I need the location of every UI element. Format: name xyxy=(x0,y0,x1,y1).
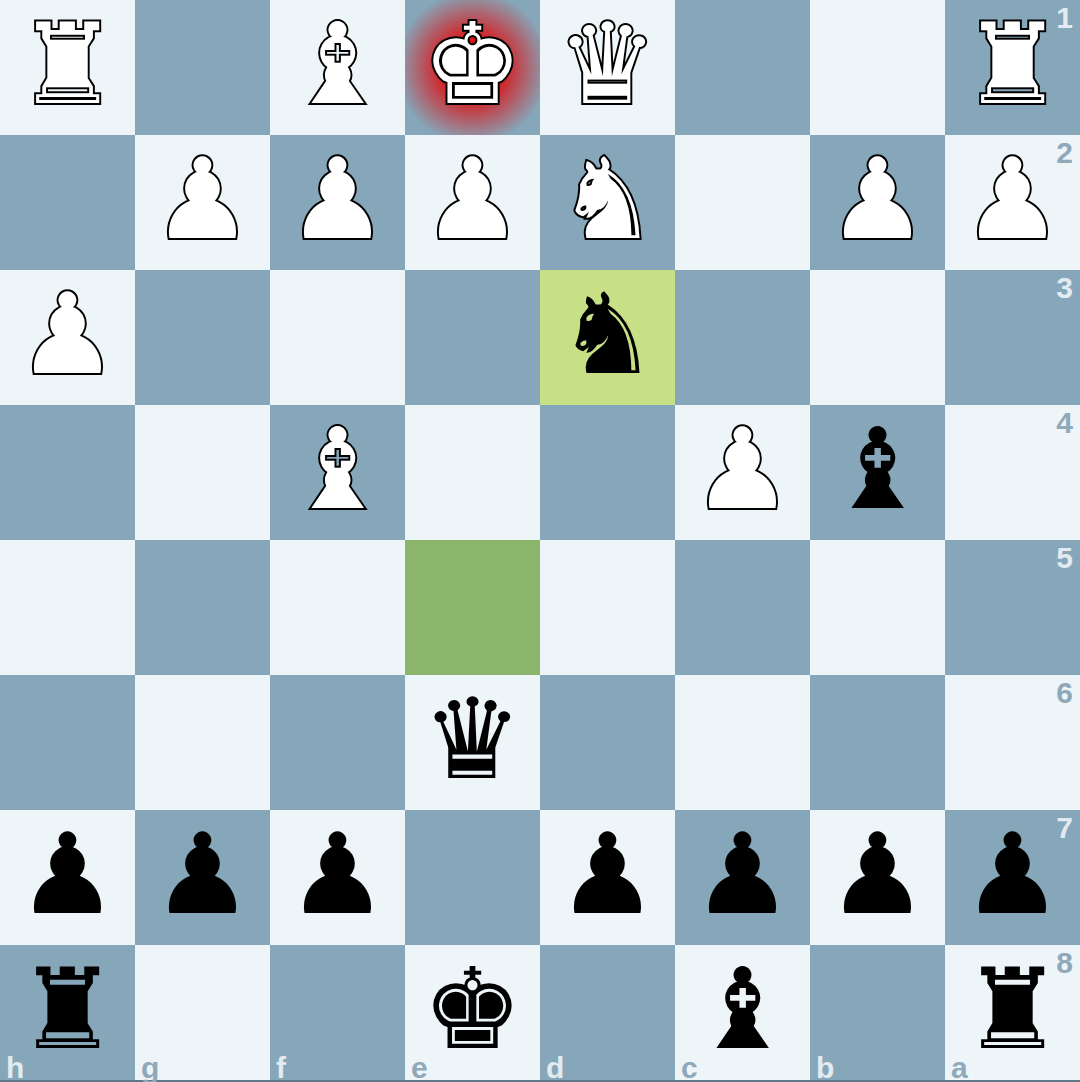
square-c3[interactable] xyxy=(675,270,810,405)
square-d3[interactable]: ♞ xyxy=(540,270,675,405)
square-h2[interactable] xyxy=(0,135,135,270)
square-a6[interactable]: 6 xyxy=(945,675,1080,810)
square-f1[interactable]: ♝ xyxy=(270,0,405,135)
file-label-b: b xyxy=(816,1053,834,1082)
square-c6[interactable] xyxy=(675,675,810,810)
square-b4[interactable]: ♝ xyxy=(810,405,945,540)
black-pawn[interactable]: ♟ xyxy=(152,818,252,930)
black-king[interactable]: ♚ xyxy=(422,953,522,1065)
black-pawn[interactable]: ♟ xyxy=(827,818,927,930)
square-d7[interactable]: ♟ xyxy=(540,810,675,945)
square-c5[interactable] xyxy=(675,540,810,675)
file-label-g: g xyxy=(141,1053,159,1082)
file-label-f: f xyxy=(276,1053,286,1082)
black-rook[interactable]: ♜ xyxy=(962,953,1062,1065)
black-bishop[interactable]: ♝ xyxy=(827,413,927,525)
black-rook[interactable]: ♜ xyxy=(17,953,117,1065)
square-a1[interactable]: ♜1 xyxy=(945,0,1080,135)
square-d6[interactable] xyxy=(540,675,675,810)
white-queen[interactable]: ♛ xyxy=(557,8,657,120)
square-g6[interactable] xyxy=(135,675,270,810)
square-e7[interactable] xyxy=(405,810,540,945)
square-g1[interactable] xyxy=(135,0,270,135)
square-b5[interactable] xyxy=(810,540,945,675)
square-a4[interactable]: 4 xyxy=(945,405,1080,540)
square-c7[interactable]: ♟ xyxy=(675,810,810,945)
rank-label-4: 4 xyxy=(1056,408,1073,438)
white-pawn[interactable]: ♟ xyxy=(422,143,522,255)
square-e5[interactable] xyxy=(405,540,540,675)
square-c2[interactable] xyxy=(675,135,810,270)
square-f3[interactable] xyxy=(270,270,405,405)
black-knight[interactable]: ♞ xyxy=(557,278,657,390)
square-d4[interactable] xyxy=(540,405,675,540)
square-b6[interactable] xyxy=(810,675,945,810)
white-pawn[interactable]: ♟ xyxy=(287,143,387,255)
square-f8[interactable]: f xyxy=(270,945,405,1080)
black-pawn[interactable]: ♟ xyxy=(557,818,657,930)
square-h3[interactable]: ♟ xyxy=(0,270,135,405)
square-g4[interactable] xyxy=(135,405,270,540)
square-b7[interactable]: ♟ xyxy=(810,810,945,945)
rank-label-5: 5 xyxy=(1056,543,1073,573)
chess-board: ♜♝♚♛♜1♟♟♟♞♟♟2♟♞3♝♟♝45♛6♟♟♟♟♟♟♟7♜hgf♚ed♝c… xyxy=(0,0,1080,1080)
black-pawn[interactable]: ♟ xyxy=(692,818,792,930)
square-f7[interactable]: ♟ xyxy=(270,810,405,945)
white-knight[interactable]: ♞ xyxy=(557,143,657,255)
square-e2[interactable]: ♟ xyxy=(405,135,540,270)
rank-label-6: 6 xyxy=(1056,678,1073,708)
white-pawn[interactable]: ♟ xyxy=(692,413,792,525)
square-b8[interactable]: b xyxy=(810,945,945,1080)
square-a5[interactable]: 5 xyxy=(945,540,1080,675)
chess-board-stage: ♜♝♚♛♜1♟♟♟♞♟♟2♟♞3♝♟♝45♛6♟♟♟♟♟♟♟7♜hgf♚ed♝c… xyxy=(0,0,1080,1082)
square-g2[interactable]: ♟ xyxy=(135,135,270,270)
black-pawn[interactable]: ♟ xyxy=(287,818,387,930)
square-c4[interactable]: ♟ xyxy=(675,405,810,540)
square-e8[interactable]: ♚e xyxy=(405,945,540,1080)
white-rook[interactable]: ♜ xyxy=(17,8,117,120)
square-d8[interactable]: d xyxy=(540,945,675,1080)
square-c8[interactable]: ♝c xyxy=(675,945,810,1080)
square-b3[interactable] xyxy=(810,270,945,405)
square-h7[interactable]: ♟ xyxy=(0,810,135,945)
square-b2[interactable]: ♟ xyxy=(810,135,945,270)
black-queen[interactable]: ♛ xyxy=(422,683,522,795)
square-f6[interactable] xyxy=(270,675,405,810)
square-c1[interactable] xyxy=(675,0,810,135)
square-e3[interactable] xyxy=(405,270,540,405)
black-pawn[interactable]: ♟ xyxy=(17,818,117,930)
white-rook[interactable]: ♜ xyxy=(962,8,1062,120)
square-a2[interactable]: ♟2 xyxy=(945,135,1080,270)
square-h6[interactable] xyxy=(0,675,135,810)
square-h8[interactable]: ♜h xyxy=(0,945,135,1080)
square-g3[interactable] xyxy=(135,270,270,405)
square-f2[interactable]: ♟ xyxy=(270,135,405,270)
square-b1[interactable] xyxy=(810,0,945,135)
rank-label-3: 3 xyxy=(1056,273,1073,303)
file-label-d: d xyxy=(546,1053,564,1082)
square-g8[interactable]: g xyxy=(135,945,270,1080)
white-pawn[interactable]: ♟ xyxy=(152,143,252,255)
square-f5[interactable] xyxy=(270,540,405,675)
white-bishop[interactable]: ♝ xyxy=(287,413,387,525)
square-e6[interactable]: ♛ xyxy=(405,675,540,810)
square-a8[interactable]: ♜8a xyxy=(945,945,1080,1080)
square-d5[interactable] xyxy=(540,540,675,675)
square-a7[interactable]: ♟7 xyxy=(945,810,1080,945)
square-h5[interactable] xyxy=(0,540,135,675)
white-bishop[interactable]: ♝ xyxy=(287,8,387,120)
black-bishop[interactable]: ♝ xyxy=(692,953,792,1065)
square-f4[interactable]: ♝ xyxy=(270,405,405,540)
white-pawn[interactable]: ♟ xyxy=(827,143,927,255)
square-h4[interactable] xyxy=(0,405,135,540)
square-g7[interactable]: ♟ xyxy=(135,810,270,945)
square-d2[interactable]: ♞ xyxy=(540,135,675,270)
square-d1[interactable]: ♛ xyxy=(540,0,675,135)
white-pawn[interactable]: ♟ xyxy=(962,143,1062,255)
square-e4[interactable] xyxy=(405,405,540,540)
square-e1[interactable]: ♚ xyxy=(405,0,540,135)
black-pawn[interactable]: ♟ xyxy=(962,818,1062,930)
square-g5[interactable] xyxy=(135,540,270,675)
square-h1[interactable]: ♜ xyxy=(0,0,135,135)
square-a3[interactable]: 3 xyxy=(945,270,1080,405)
white-king[interactable]: ♚ xyxy=(422,8,522,120)
white-pawn[interactable]: ♟ xyxy=(17,278,117,390)
